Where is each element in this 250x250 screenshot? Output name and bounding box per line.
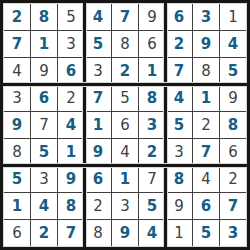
cell-r1c3[interactable]: 5 [58,4,84,30]
cell-r5c1[interactable]: 9 [4,112,30,138]
cell-r8c2[interactable]: 4 [31,193,57,219]
cell-r8c1[interactable]: 1 [4,193,30,219]
cell-r2c6[interactable]: 6 [139,31,165,57]
cell-r3c4[interactable]: 3 [85,58,111,84]
cell-r6c3[interactable]: 1 [58,139,84,165]
cell-r2c1[interactable]: 7 [4,31,30,57]
cell-r3c1[interactable]: 4 [4,58,30,84]
cell-r2c4[interactable]: 5 [85,31,111,57]
cell-r2c2[interactable]: 1 [31,31,57,57]
cell-r6c7[interactable]: 3 [166,139,192,165]
sudoku-grid: 2854796317135862944963217853627584199741… [4,4,246,246]
cell-r7c2[interactable]: 3 [31,166,57,192]
cell-r5c4[interactable]: 1 [85,112,111,138]
cell-r2c9[interactable]: 4 [220,31,246,57]
cell-r9c1[interactable]: 6 [4,220,30,246]
cell-r3c5[interactable]: 2 [112,58,138,84]
cell-r7c8[interactable]: 4 [193,166,219,192]
cell-r9c3[interactable]: 7 [58,220,84,246]
cell-r4c7[interactable]: 4 [166,85,192,111]
cell-r4c1[interactable]: 3 [4,85,30,111]
cell-r6c1[interactable]: 8 [4,139,30,165]
cell-r8c7[interactable]: 9 [166,193,192,219]
cell-r9c4[interactable]: 8 [85,220,111,246]
cell-r4c4[interactable]: 7 [85,85,111,111]
cell-r6c4[interactable]: 9 [85,139,111,165]
cell-r6c6[interactable]: 2 [139,139,165,165]
cell-r6c2[interactable]: 5 [31,139,57,165]
cell-r8c8[interactable]: 6 [193,193,219,219]
cell-r1c1[interactable]: 2 [4,4,30,30]
cell-r6c5[interactable]: 4 [112,139,138,165]
cell-r9c5[interactable]: 9 [112,220,138,246]
cell-r3c2[interactable]: 9 [31,58,57,84]
cell-r1c8[interactable]: 3 [193,4,219,30]
cell-r3c6[interactable]: 1 [139,58,165,84]
cell-r7c3[interactable]: 9 [58,166,84,192]
cell-r7c4[interactable]: 6 [85,166,111,192]
cell-r5c9[interactable]: 8 [220,112,246,138]
cell-r1c7[interactable]: 6 [166,4,192,30]
cell-r3c3[interactable]: 6 [58,58,84,84]
cell-r4c3[interactable]: 2 [58,85,84,111]
cell-r8c5[interactable]: 3 [112,193,138,219]
cell-r5c3[interactable]: 4 [58,112,84,138]
cell-r6c8[interactable]: 7 [193,139,219,165]
cell-r8c6[interactable]: 5 [139,193,165,219]
cell-r8c4[interactable]: 2 [85,193,111,219]
cell-r3c8[interactable]: 8 [193,58,219,84]
cell-r5c2[interactable]: 7 [31,112,57,138]
cell-r8c9[interactable]: 7 [220,193,246,219]
cell-r4c6[interactable]: 8 [139,85,165,111]
cell-r1c5[interactable]: 7 [112,4,138,30]
cell-r3c7[interactable]: 7 [166,58,192,84]
cell-r2c3[interactable]: 3 [58,31,84,57]
cell-r7c9[interactable]: 2 [220,166,246,192]
cell-r9c9[interactable]: 3 [220,220,246,246]
cell-r7c1[interactable]: 5 [4,166,30,192]
cell-r4c5[interactable]: 5 [112,85,138,111]
cell-r4c2[interactable]: 6 [31,85,57,111]
cell-r2c8[interactable]: 9 [193,31,219,57]
cell-r1c6[interactable]: 9 [139,4,165,30]
cell-r5c7[interactable]: 5 [166,112,192,138]
cell-r1c4[interactable]: 4 [85,4,111,30]
cell-r1c9[interactable]: 1 [220,4,246,30]
sudoku-board: 2854796317135862944963217853627584199741… [0,0,250,250]
cell-r7c5[interactable]: 1 [112,166,138,192]
cell-r5c6[interactable]: 3 [139,112,165,138]
cell-r4c9[interactable]: 9 [220,85,246,111]
cell-r2c7[interactable]: 2 [166,31,192,57]
cell-r9c6[interactable]: 4 [139,220,165,246]
cell-r7c7[interactable]: 8 [166,166,192,192]
cell-r5c5[interactable]: 6 [112,112,138,138]
cell-r2c5[interactable]: 8 [112,31,138,57]
cell-r9c7[interactable]: 1 [166,220,192,246]
cell-r7c6[interactable]: 7 [139,166,165,192]
cell-r4c8[interactable]: 1 [193,85,219,111]
cell-r8c3[interactable]: 8 [58,193,84,219]
cell-r3c9[interactable]: 5 [220,58,246,84]
cell-r1c2[interactable]: 8 [31,4,57,30]
cell-r5c8[interactable]: 2 [193,112,219,138]
cell-r9c2[interactable]: 2 [31,220,57,246]
cell-r9c8[interactable]: 5 [193,220,219,246]
cell-r6c9[interactable]: 6 [220,139,246,165]
